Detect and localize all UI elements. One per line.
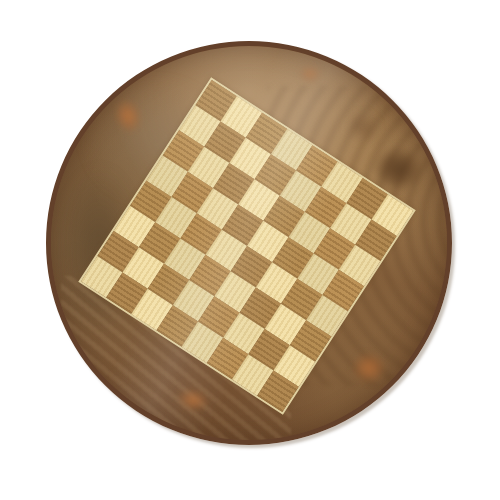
photo-canvas	[0, 0, 500, 500]
wood-knot	[105, 89, 152, 143]
wood-knot	[170, 382, 217, 418]
wood-knot	[347, 348, 391, 388]
wood-knot	[296, 63, 324, 85]
wood-knot	[341, 108, 383, 146]
table-top	[46, 41, 452, 445]
chessboard	[78, 77, 416, 415]
